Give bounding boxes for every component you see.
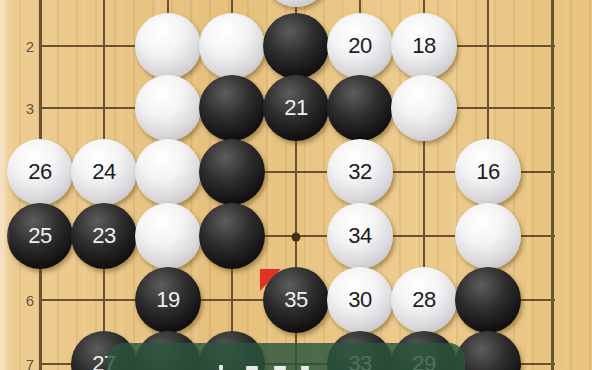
go-board[interactable]: 2367 2018212624321625233419353028273329	[0, 0, 592, 370]
stone-white	[199, 13, 265, 79]
stone-white	[135, 13, 201, 79]
stone-white-18: 18	[391, 13, 457, 79]
toolbar-icon-fragment[interactable]	[274, 366, 286, 370]
stone-white-30: 30	[327, 267, 393, 333]
stone-black	[327, 75, 393, 141]
coordinate-label-3: 3	[8, 100, 34, 117]
toolbar-icon-fragment[interactable]	[301, 366, 309, 370]
stone-black	[199, 139, 265, 205]
coordinate-label-7: 7	[8, 356, 34, 370]
stone-white-28: 28	[391, 267, 457, 333]
star-point	[292, 233, 301, 242]
stone-white-34: 34	[327, 203, 393, 269]
grid-line-vertical	[551, 0, 554, 370]
stone-white	[391, 75, 457, 141]
stone-black-19: 19	[135, 267, 201, 333]
go-app-screen: 2367 2018212624321625233419353028273329	[0, 0, 592, 370]
stone-white	[263, 0, 329, 7]
coordinate-label-2: 2	[8, 38, 34, 55]
stone-black	[199, 75, 265, 141]
stone-black-23: 23	[71, 203, 137, 269]
stone-black-21: 21	[263, 75, 329, 141]
stone-white	[135, 203, 201, 269]
stone-white-20: 20	[327, 13, 393, 79]
stone-black-25: 25	[7, 203, 73, 269]
stone-white-32: 32	[327, 139, 393, 205]
stone-black	[263, 13, 329, 79]
stone-white	[455, 203, 521, 269]
stone-white	[135, 139, 201, 205]
coordinate-label-6: 6	[8, 292, 34, 309]
stone-white-26: 26	[7, 139, 73, 205]
stone-white-16: 16	[455, 139, 521, 205]
bottom-toolbar-overlay[interactable]	[107, 343, 465, 370]
stone-black-35: 35	[263, 267, 329, 333]
stone-black	[199, 203, 265, 269]
toolbar-icon-fragment[interactable]	[219, 365, 223, 370]
toolbar-icon-fragment[interactable]	[246, 366, 258, 370]
stone-black	[455, 267, 521, 333]
stone-white	[135, 75, 201, 141]
stone-white-24: 24	[71, 139, 137, 205]
